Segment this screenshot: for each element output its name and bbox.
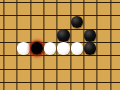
board-cell[interactable] xyxy=(3,55,16,68)
board-cell[interactable] xyxy=(30,55,43,68)
board-cell[interactable] xyxy=(83,15,96,28)
board-cell[interactable] xyxy=(97,69,110,82)
board-cell[interactable] xyxy=(3,42,16,55)
board-cell[interactable] xyxy=(17,42,30,55)
go-board[interactable] xyxy=(0,0,120,90)
board-cell[interactable] xyxy=(70,42,83,55)
black-stone xyxy=(71,16,83,28)
board-cell[interactable] xyxy=(17,29,30,42)
board-cell[interactable] xyxy=(30,15,43,28)
board-cell[interactable] xyxy=(17,55,30,68)
board-cell[interactable] xyxy=(57,42,70,55)
board-cell[interactable] xyxy=(43,42,56,55)
white-stone xyxy=(17,42,29,54)
white-stone xyxy=(44,42,56,54)
board-cell[interactable] xyxy=(83,2,96,15)
board-cell[interactable] xyxy=(57,15,70,28)
board-cell[interactable] xyxy=(97,15,110,28)
board-cell[interactable] xyxy=(3,15,16,28)
board-cell[interactable] xyxy=(43,55,56,68)
board-cell[interactable] xyxy=(3,2,16,15)
board-cell[interactable] xyxy=(83,55,96,68)
board-cell[interactable] xyxy=(43,29,56,42)
board-cell[interactable] xyxy=(70,29,83,42)
board-cell[interactable] xyxy=(83,69,96,82)
black-stone xyxy=(57,29,69,41)
board-cell[interactable] xyxy=(17,15,30,28)
black-stone xyxy=(84,29,96,41)
board-cell[interactable] xyxy=(57,2,70,15)
white-stone xyxy=(57,42,69,54)
board-cell[interactable] xyxy=(3,29,16,42)
board-cell[interactable] xyxy=(3,69,16,82)
board-cell[interactable] xyxy=(70,2,83,15)
board-cell[interactable] xyxy=(83,29,96,42)
board-cell[interactable] xyxy=(43,15,56,28)
board-cell[interactable] xyxy=(97,29,110,42)
board-cell[interactable] xyxy=(70,15,83,28)
white-stone xyxy=(71,42,83,54)
board-cell[interactable] xyxy=(97,42,110,55)
board-cell[interactable] xyxy=(83,42,96,55)
black-stone xyxy=(84,42,96,54)
board-grid xyxy=(3,2,110,82)
board-cell[interactable] xyxy=(57,69,70,82)
board-cell[interactable] xyxy=(97,55,110,68)
board-cell[interactable] xyxy=(17,69,30,82)
board-cell[interactable] xyxy=(97,2,110,15)
board-cell[interactable] xyxy=(30,42,43,55)
board-cell[interactable] xyxy=(70,55,83,68)
board-cell[interactable] xyxy=(43,2,56,15)
board-cell[interactable] xyxy=(57,55,70,68)
board-cell[interactable] xyxy=(30,2,43,15)
board-cell[interactable] xyxy=(70,69,83,82)
board-cell[interactable] xyxy=(30,29,43,42)
board-cell[interactable] xyxy=(17,2,30,15)
board-cell[interactable] xyxy=(57,29,70,42)
board-cell[interactable] xyxy=(30,69,43,82)
last-move-stone xyxy=(31,42,43,54)
board-cell[interactable] xyxy=(43,69,56,82)
